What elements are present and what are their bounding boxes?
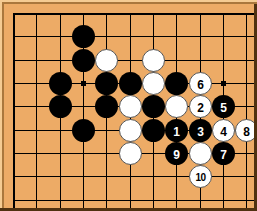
grid-line-horizontal: [13, 60, 257, 61]
move-number-label: 2: [197, 101, 204, 113]
move-number-label: 5: [220, 101, 227, 113]
white-stone[interactable]: [142, 72, 165, 95]
white-stone[interactable]: [165, 95, 188, 118]
white-stone-move-8[interactable]: 8: [235, 119, 257, 142]
black-stone-move-3[interactable]: 3: [189, 119, 212, 142]
board-edge-line-left: [13, 13, 15, 211]
white-stone[interactable]: [119, 95, 142, 118]
black-stone-move-1[interactable]: 1: [165, 119, 188, 142]
black-stone-move-9[interactable]: 9: [165, 142, 188, 165]
white-stone[interactable]: [142, 49, 165, 72]
grid-line-vertical: [246, 13, 247, 211]
move-number-label: 6: [197, 78, 204, 90]
move-number-label: 1: [173, 125, 180, 137]
white-stone-move-6[interactable]: 6: [189, 72, 212, 95]
grid-line-horizontal: [13, 176, 257, 177]
star-point: [81, 81, 86, 86]
go-diagram: 62513489710: [0, 0, 257, 211]
black-stone[interactable]: [72, 49, 95, 72]
white-stone[interactable]: [189, 142, 212, 165]
white-stone[interactable]: [95, 49, 118, 72]
grid-line-horizontal: [13, 200, 257, 201]
grid-line-vertical: [36, 13, 37, 211]
black-stone[interactable]: [119, 72, 142, 95]
black-stone[interactable]: [49, 72, 72, 95]
white-stone[interactable]: [119, 119, 142, 142]
move-number-label: 8: [243, 125, 250, 137]
black-stone-move-5[interactable]: 5: [212, 95, 235, 118]
black-stone[interactable]: [95, 72, 118, 95]
black-stone[interactable]: [72, 119, 95, 142]
board-edge-line-top: [13, 13, 257, 15]
move-number-label: 3: [197, 125, 204, 137]
move-number-label: 10: [195, 172, 205, 182]
black-stone[interactable]: [142, 95, 165, 118]
star-point: [221, 81, 226, 86]
white-stone-move-2[interactable]: 2: [189, 95, 212, 118]
move-number-label: 7: [220, 148, 227, 160]
white-stone[interactable]: [119, 142, 142, 165]
white-stone-move-10[interactable]: 10: [189, 165, 212, 188]
grid-line-horizontal: [13, 36, 257, 37]
white-stone-move-4[interactable]: 4: [212, 119, 235, 142]
black-stone[interactable]: [72, 25, 95, 48]
go-board[interactable]: 62513489710: [0, 0, 257, 211]
move-number-label: 9: [173, 148, 180, 160]
move-number-label: 4: [220, 125, 227, 137]
black-stone[interactable]: [95, 95, 118, 118]
black-stone[interactable]: [142, 119, 165, 142]
black-stone[interactable]: [165, 72, 188, 95]
black-stone[interactable]: [49, 95, 72, 118]
black-stone-move-7[interactable]: 7: [212, 142, 235, 165]
